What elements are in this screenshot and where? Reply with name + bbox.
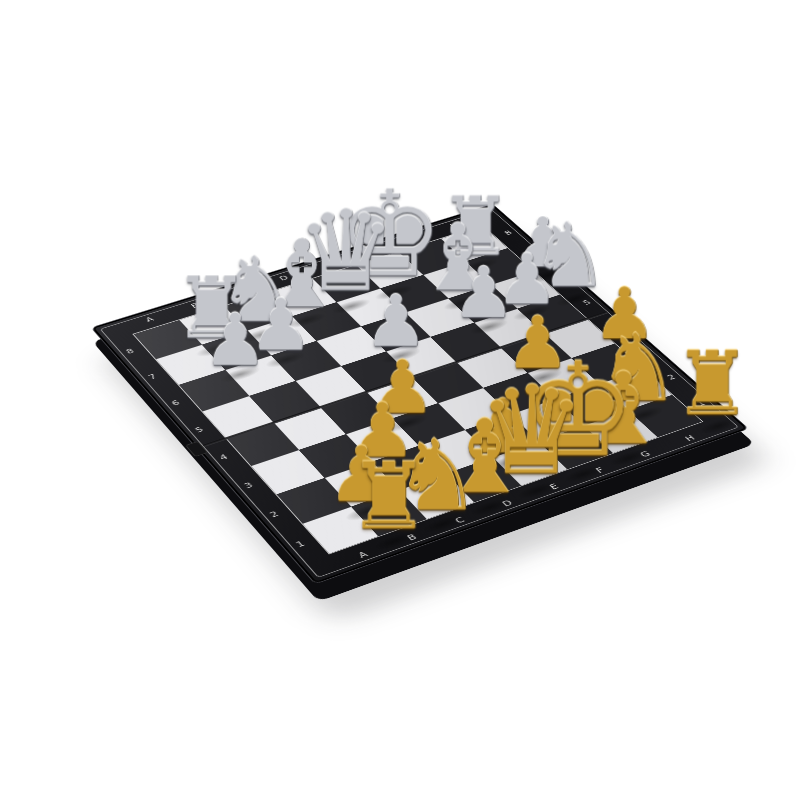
silver-pawn-icon: ♟ bbox=[203, 304, 267, 376]
chessboard: ♜♞♝♛♚♜♟♟♝♟♟♟♟♞♟♟♟♟♟♟♞♜♞♝♛♚♝♜ AABBCCDDEEF… bbox=[91, 204, 750, 585]
product-photo-scene: ♜♞♝♛♚♜♟♟♝♟♟♟♟♞♟♟♟♟♟♟♞♜♞♝♛♚♝♜ AABBCCDDEEF… bbox=[0, 0, 800, 800]
gold-rook-icon: ♜ bbox=[347, 450, 430, 543]
gold-rook-icon: ♜ bbox=[673, 339, 752, 427]
